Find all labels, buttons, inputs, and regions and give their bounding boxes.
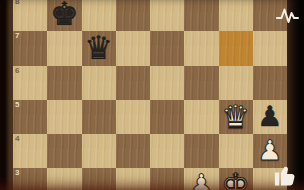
square-f5[interactable] (184, 100, 218, 134)
thumbs-up-icon[interactable] (274, 160, 297, 188)
piece-white-pawn[interactable]: ♟ (184, 168, 218, 190)
square-a6[interactable]: 6 (13, 66, 47, 100)
square-f4[interactable] (184, 134, 218, 168)
square-c7[interactable]: ♛ (82, 31, 116, 65)
square-g6[interactable] (219, 66, 253, 100)
square-h7[interactable] (253, 31, 287, 65)
square-e8[interactable] (150, 0, 184, 31)
square-c3[interactable] (82, 168, 116, 190)
square-c6[interactable] (82, 66, 116, 100)
square-b7[interactable] (47, 31, 81, 65)
rank-label-5: 5 (15, 100, 19, 109)
square-f8[interactable] (184, 0, 218, 31)
square-g7[interactable] (219, 31, 253, 65)
rank-label-8: 8 (15, 0, 19, 6)
square-h6[interactable] (253, 66, 287, 100)
rank-label-3: 3 (15, 168, 19, 177)
square-a3[interactable]: 3 (13, 168, 47, 190)
square-e5[interactable] (150, 100, 184, 134)
rank-label-6: 6 (15, 66, 19, 75)
square-g4[interactable] (219, 134, 253, 168)
rank-label-4: 4 (15, 134, 19, 143)
piece-black-pawn[interactable]: ♟ (253, 100, 287, 134)
square-d4[interactable] (116, 134, 150, 168)
pulse-icon (276, 6, 299, 25)
square-d8[interactable] (116, 0, 150, 31)
square-g5[interactable]: ♛ (219, 100, 253, 134)
piece-black-queen[interactable]: ♛ (82, 31, 116, 65)
square-d5[interactable] (116, 100, 150, 134)
square-g3[interactable]: ♚ (219, 168, 253, 190)
piece-black-king[interactable]: ♚ (47, 0, 81, 31)
square-c4[interactable] (82, 134, 116, 168)
square-b6[interactable] (47, 66, 81, 100)
square-d7[interactable] (116, 31, 150, 65)
square-f6[interactable] (184, 66, 218, 100)
square-e6[interactable] (150, 66, 184, 100)
piece-white-king[interactable]: ♚ (219, 168, 253, 190)
square-b8[interactable]: ♚ (47, 0, 81, 31)
rank-label-7: 7 (15, 31, 19, 40)
square-d6[interactable] (116, 66, 150, 100)
square-d3[interactable] (116, 168, 150, 190)
square-b3[interactable] (47, 168, 81, 190)
square-g8[interactable] (219, 0, 253, 31)
chess-board: 8♚7♛65♛♟4♟3♟♚21 (13, 0, 287, 190)
square-e7[interactable] (150, 31, 184, 65)
board-frame-left (0, 0, 13, 190)
square-a7[interactable]: 7 (13, 31, 47, 65)
square-a4[interactable]: 4 (13, 134, 47, 168)
square-f3[interactable]: ♟ (184, 168, 218, 190)
square-c8[interactable] (82, 0, 116, 31)
square-b4[interactable] (47, 134, 81, 168)
square-a8[interactable]: 8 (13, 0, 47, 31)
square-a5[interactable]: 5 (13, 100, 47, 134)
square-e4[interactable] (150, 134, 184, 168)
chess-app-frame: 8♚7♛65♛♟4♟3♟♚21 (0, 0, 304, 190)
square-h5[interactable]: ♟ (253, 100, 287, 134)
square-b5[interactable] (47, 100, 81, 134)
piece-white-queen[interactable]: ♛ (219, 100, 253, 134)
square-c5[interactable] (82, 100, 116, 134)
square-e3[interactable] (150, 168, 184, 190)
square-f7[interactable] (184, 31, 218, 65)
